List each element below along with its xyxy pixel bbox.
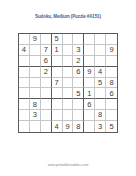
- cell-r5c9: 8: [106, 78, 117, 89]
- cell-r6c9: 6: [106, 88, 117, 99]
- cell-r2c7: [84, 45, 95, 56]
- cell-r2c1: 4: [19, 45, 30, 56]
- cell-r6c5: [63, 88, 74, 99]
- cell-r9c1: [19, 121, 30, 132]
- cell-r9c7: [84, 121, 95, 132]
- cell-r5c5: [63, 78, 74, 89]
- cell-r8c9: [106, 110, 117, 121]
- cell-r1c8: [95, 34, 106, 45]
- footer-url: www.printablesudoku.com: [0, 163, 136, 167]
- cell-r3c2: [30, 56, 41, 67]
- cell-r7c3: [41, 99, 52, 110]
- cell-r8c1: [19, 110, 30, 121]
- puzzle-title: Sudoku, Medium (Puzzle #A151): [0, 14, 136, 19]
- cell-r5c2: [30, 78, 41, 89]
- cell-r7c6: [73, 99, 84, 110]
- cell-r6c4: [52, 88, 63, 99]
- cell-r2c8: [95, 45, 106, 56]
- cell-r2c3: 7: [41, 45, 52, 56]
- cell-r9c8: 3: [95, 121, 106, 132]
- cell-r9c2: [30, 121, 41, 132]
- sudoku-sheet: Sudoku, Medium (Puzzle #A151) 9547139622…: [0, 0, 136, 176]
- cell-r3c9: [106, 56, 117, 67]
- cell-r2c5: [63, 45, 74, 56]
- cell-r8c5: [63, 110, 74, 121]
- cell-r7c9: [106, 99, 117, 110]
- cell-r4c7: 9: [84, 67, 95, 78]
- cell-r4c1: [19, 67, 30, 78]
- cell-r2c2: [30, 45, 41, 56]
- cell-r1c9: [106, 34, 117, 45]
- cell-r5c7: [84, 78, 95, 89]
- cell-r8c2: 3: [30, 110, 41, 121]
- cell-r7c7: 6: [84, 99, 95, 110]
- cell-r5c6: [73, 78, 84, 89]
- cell-r6c3: [41, 88, 52, 99]
- cell-r9c4: 4: [52, 121, 63, 132]
- cell-r1c3: [41, 34, 52, 45]
- cell-r4c8: 4: [95, 67, 106, 78]
- cell-r4c9: [106, 67, 117, 78]
- cell-r3c1: [19, 56, 30, 67]
- cell-r4c5: [63, 67, 74, 78]
- cell-r3c3: 6: [41, 56, 52, 67]
- cell-r5c8: 5: [95, 78, 106, 89]
- cell-r5c1: [19, 78, 30, 89]
- sudoku-board: 9547139622694758516863849835: [18, 33, 118, 133]
- cell-r5c4: 7: [52, 78, 63, 89]
- cell-r2c9: 9: [106, 45, 117, 56]
- cell-r3c5: [63, 56, 74, 67]
- cell-r2c6: 3: [73, 45, 84, 56]
- cell-r4c2: [30, 67, 41, 78]
- cell-r7c1: [19, 99, 30, 110]
- cell-r6c6: 5: [73, 88, 84, 99]
- cell-r6c2: [30, 88, 41, 99]
- cell-r1c4: 5: [52, 34, 63, 45]
- cell-r4c3: 2: [41, 67, 52, 78]
- cell-r8c7: [84, 110, 95, 121]
- cell-r3c7: [84, 56, 95, 67]
- cell-r6c7: 1: [84, 88, 95, 99]
- cell-r1c7: [84, 34, 95, 45]
- cell-r5c3: [41, 78, 52, 89]
- cell-r3c8: [95, 56, 106, 67]
- cell-r1c2: 9: [30, 34, 41, 45]
- cell-r8c3: [41, 110, 52, 121]
- cell-r3c4: [52, 56, 63, 67]
- cell-r8c6: [73, 110, 84, 121]
- cell-r7c8: [95, 99, 106, 110]
- cell-r6c1: [19, 88, 30, 99]
- cell-r9c9: 5: [106, 121, 117, 132]
- cell-r8c4: [52, 110, 63, 121]
- cell-r9c3: [41, 121, 52, 132]
- cell-r7c4: [52, 99, 63, 110]
- cell-r6c8: [95, 88, 106, 99]
- cell-r1c1: [19, 34, 30, 45]
- cell-r2c4: 1: [52, 45, 63, 56]
- cell-r8c8: 8: [95, 110, 106, 121]
- cell-r1c6: [73, 34, 84, 45]
- cell-r4c6: 6: [73, 67, 84, 78]
- cell-r9c6: 8: [73, 121, 84, 132]
- cell-r4c4: [52, 67, 63, 78]
- cell-r7c2: 8: [30, 99, 41, 110]
- cell-r7c5: [63, 99, 74, 110]
- cell-r3c6: 2: [73, 56, 84, 67]
- cell-r1c5: [63, 34, 74, 45]
- cell-r9c5: 9: [63, 121, 74, 132]
